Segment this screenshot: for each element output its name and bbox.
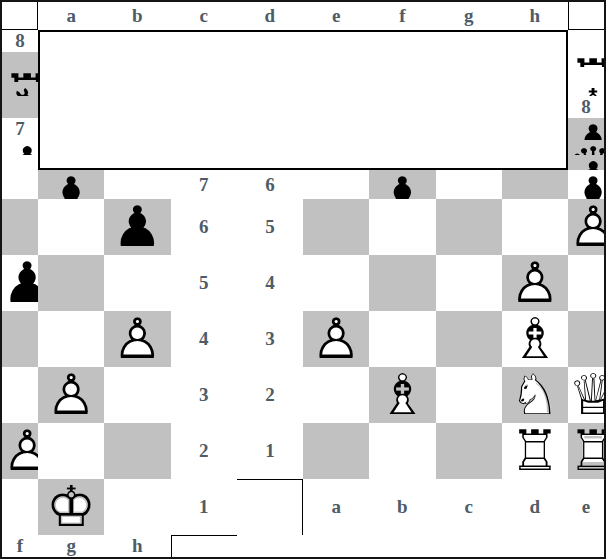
square-c2[interactable] — [436, 367, 502, 423]
piece-black-rook-d8[interactable]: ♜ — [2, 67, 38, 82]
square-f1[interactable] — [2, 479, 38, 535]
rank-label-right-2: 2 — [171, 423, 237, 479]
corner-bottom-left — [237, 479, 303, 535]
square-e1[interactable]: ♜♖ — [568, 423, 604, 479]
file-label-bottom-c: c — [436, 479, 502, 535]
black-rook-glyph: ♜ — [2, 67, 38, 82]
file-label-bottom-g: g — [38, 535, 104, 557]
file-label-top-d: d — [237, 2, 303, 30]
square-d3[interactable]: ♝♗ — [502, 311, 568, 367]
square-c1[interactable] — [436, 423, 502, 479]
piece-black-queen-c7[interactable]: ♛ — [568, 140, 604, 155]
square-h7[interactable] — [104, 170, 170, 199]
piece-white-bishop-b2[interactable]: ♝♗ — [369, 367, 435, 423]
piece-black-pawn-f5[interactable]: ♟ — [2, 255, 38, 311]
piece-black-bishop-b7[interactable]: ♝ — [2, 140, 38, 155]
black-pawn-glyph: ♟ — [377, 170, 427, 199]
chess-board-frame: abcdefgh8♜♜♞♚87♟♝♛♝♟76♟♟♟65♟♙♟54♟♙♟♙43♟♙… — [0, 0, 606, 559]
corner-top-right — [568, 2, 604, 30]
file-label-top-e: e — [303, 2, 369, 30]
rank-label-left-2: 2 — [237, 367, 303, 423]
rank-label-left-3: 3 — [237, 311, 303, 367]
square-h3[interactable] — [104, 367, 170, 423]
piece-white-rook-d1[interactable]: ♜♖ — [502, 423, 568, 479]
black-pawn-glyph: ♟ — [112, 199, 162, 255]
white-pawn-glyph: ♙ — [2, 423, 38, 479]
piece-white-queen-e2[interactable]: ♛♕ — [568, 367, 604, 423]
square-e6[interactable]: ♟ — [568, 170, 604, 199]
square-c7[interactable]: ♛ — [568, 140, 604, 155]
file-label-bottom-d: d — [502, 479, 568, 535]
rank-label-left-4: 4 — [237, 255, 303, 311]
rank-label-left-7: 7 — [2, 118, 38, 140]
white-bishop-glyph: ♗ — [510, 311, 560, 367]
file-label-top-a: a — [38, 2, 104, 30]
white-pawn-glyph: ♙ — [568, 199, 604, 255]
file-label-bottom-h: h — [104, 535, 170, 557]
piece-black-pawn-a7[interactable]: ♟ — [568, 118, 604, 140]
square-g7[interactable]: ♟ — [38, 170, 104, 199]
square-c8[interactable]: ♜ — [568, 52, 604, 67]
white-pawn-glyph: ♙ — [311, 311, 361, 367]
square-f3[interactable] — [2, 367, 38, 423]
square-a1[interactable] — [303, 423, 369, 479]
square-e5[interactable]: ♟♙ — [568, 199, 604, 255]
black-queen-glyph: ♛ — [568, 140, 604, 155]
square-e4[interactable] — [568, 255, 604, 311]
square-e8[interactable] — [568, 67, 604, 82]
board-border — [38, 30, 568, 170]
square-b8[interactable] — [2, 52, 38, 67]
corner-bottom-right — [171, 535, 237, 557]
square-f2[interactable]: ♟♙ — [2, 423, 38, 479]
black-knight-glyph: ♞ — [2, 82, 38, 97]
square-g1[interactable]: ♚♔ — [38, 479, 104, 535]
square-d6[interactable] — [502, 170, 568, 199]
file-label-bottom-f: f — [2, 535, 38, 557]
square-a2[interactable] — [303, 367, 369, 423]
piece-black-king-g8[interactable]: ♚ — [568, 82, 604, 97]
piece-white-rook-e1[interactable]: ♜♖ — [568, 423, 604, 479]
square-a4[interactable] — [303, 255, 369, 311]
square-d2[interactable]: ♞♘ — [502, 367, 568, 423]
piece-black-pawn-b6[interactable]: ♟ — [369, 170, 435, 199]
white-pawn-glyph: ♙ — [510, 255, 560, 311]
rank-label-right-5: 5 — [171, 255, 237, 311]
white-pawn-glyph: ♙ — [112, 311, 162, 367]
square-g4[interactable] — [38, 311, 104, 367]
square-d8[interactable]: ♜ — [2, 67, 38, 82]
rank-label-right-1: 1 — [171, 479, 237, 535]
corner-top-left — [2, 2, 38, 30]
white-queen-glyph: ♕ — [568, 367, 604, 423]
square-d1[interactable]: ♜♖ — [502, 423, 568, 479]
square-f5[interactable]: ♟ — [2, 255, 38, 311]
piece-black-pawn-e6[interactable]: ♟ — [568, 170, 604, 199]
square-h8[interactable] — [2, 96, 38, 118]
square-d5[interactable] — [502, 199, 568, 255]
square-h1[interactable] — [104, 479, 170, 535]
square-b7[interactable]: ♝ — [2, 140, 38, 155]
black-pawn-glyph: ♟ — [2, 255, 38, 311]
piece-black-knight-f8[interactable]: ♞ — [2, 82, 38, 97]
rank-label-left-1: 1 — [237, 423, 303, 479]
rank-label-right-4: 4 — [171, 311, 237, 367]
piece-black-bishop-e7[interactable]: ♝ — [568, 155, 604, 170]
square-b2[interactable]: ♝♗ — [369, 367, 435, 423]
black-bishop-glyph: ♝ — [2, 140, 38, 155]
piece-white-pawn-e5[interactable]: ♟♙ — [568, 199, 604, 255]
square-b6[interactable]: ♟ — [369, 170, 435, 199]
piece-white-pawn-f2[interactable]: ♟♙ — [2, 423, 38, 479]
file-label-top-f: f — [369, 2, 435, 30]
square-d7[interactable] — [2, 155, 38, 170]
black-king-glyph: ♚ — [568, 82, 604, 97]
rank-label-right-8: 8 — [568, 96, 604, 118]
square-g6[interactable] — [38, 199, 104, 255]
square-f8[interactable]: ♞ — [2, 82, 38, 97]
black-pawn-glyph: ♟ — [568, 170, 604, 199]
square-c3[interactable] — [436, 311, 502, 367]
file-label-bottom-e: e — [568, 479, 604, 535]
square-b5[interactable] — [369, 199, 435, 255]
square-b3[interactable] — [369, 311, 435, 367]
rank-label-right-6: 6 — [171, 199, 237, 255]
square-a5[interactable] — [303, 199, 369, 255]
square-a6[interactable] — [303, 170, 369, 199]
square-e7[interactable]: ♝ — [568, 155, 604, 170]
file-label-top-b: b — [104, 2, 170, 30]
square-g3[interactable]: ♟♙ — [38, 367, 104, 423]
piece-white-pawn-g3[interactable]: ♟♙ — [38, 367, 104, 423]
square-a8[interactable] — [568, 30, 604, 52]
piece-white-knight-d2[interactable]: ♞♘ — [502, 367, 568, 423]
piece-black-rook-c8[interactable]: ♜ — [568, 52, 604, 67]
rank-label-left-6: 6 — [237, 170, 303, 199]
square-a7[interactable]: ♟ — [568, 118, 604, 140]
square-f7[interactable] — [2, 170, 38, 199]
black-pawn-glyph: ♟ — [46, 170, 96, 199]
piece-white-king-g1[interactable]: ♚♔ — [38, 479, 104, 535]
square-h2[interactable] — [104, 423, 170, 479]
square-e2[interactable]: ♛♕ — [568, 367, 604, 423]
file-label-top-h: h — [502, 2, 568, 30]
file-label-bottom-b: b — [369, 479, 435, 535]
white-king-glyph: ♔ — [46, 479, 96, 535]
square-g8[interactable]: ♚ — [568, 82, 604, 97]
file-label-top-g: g — [436, 2, 502, 30]
square-g2[interactable] — [38, 423, 104, 479]
square-c6[interactable] — [436, 170, 502, 199]
white-rook-glyph: ♖ — [510, 423, 560, 479]
square-a3[interactable]: ♟♙ — [303, 311, 369, 367]
square-h6[interactable]: ♟ — [104, 199, 170, 255]
black-pawn-glyph: ♟ — [568, 118, 604, 140]
square-h5[interactable] — [104, 255, 170, 311]
rank-label-left-5: 5 — [237, 199, 303, 255]
square-f6[interactable] — [2, 199, 38, 255]
square-g5[interactable] — [38, 255, 104, 311]
file-label-bottom-a: a — [303, 479, 369, 535]
piece-white-pawn-h4[interactable]: ♟♙ — [104, 311, 170, 367]
rank-label-right-3: 3 — [171, 367, 237, 423]
square-b4[interactable] — [369, 255, 435, 311]
piece-white-pawn-d4[interactable]: ♟♙ — [502, 255, 568, 311]
square-b1[interactable] — [369, 423, 435, 479]
square-c5[interactable] — [436, 199, 502, 255]
square-e3[interactable] — [568, 311, 604, 367]
rank-label-left-8: 8 — [2, 30, 38, 52]
piece-black-pawn-h6[interactable]: ♟ — [104, 199, 170, 255]
rank-label-right-7: 7 — [171, 170, 237, 199]
black-bishop-glyph: ♝ — [568, 155, 604, 170]
square-f4[interactable] — [2, 311, 38, 367]
square-h4[interactable]: ♟♙ — [104, 311, 170, 367]
square-d4[interactable]: ♟♙ — [502, 255, 568, 311]
square-c4[interactable] — [436, 255, 502, 311]
file-label-top-c: c — [171, 2, 237, 30]
white-bishop-glyph: ♗ — [377, 367, 427, 423]
piece-black-pawn-g7[interactable]: ♟ — [38, 170, 104, 199]
piece-white-pawn-a3[interactable]: ♟♙ — [303, 311, 369, 367]
white-rook-glyph: ♖ — [568, 423, 604, 479]
piece-white-bishop-d3[interactable]: ♝♗ — [502, 311, 568, 367]
white-pawn-glyph: ♙ — [46, 367, 96, 423]
white-knight-glyph: ♘ — [510, 367, 560, 423]
black-rook-glyph: ♜ — [568, 52, 604, 67]
